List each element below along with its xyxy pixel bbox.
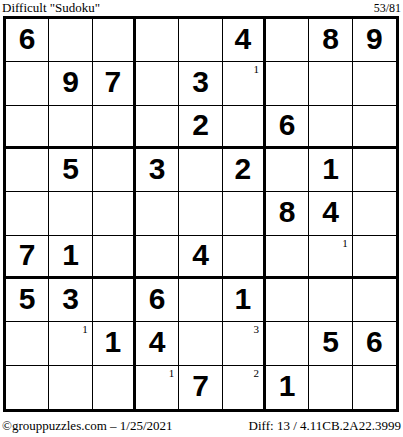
- cell-r4c1[interactable]: [6, 149, 49, 192]
- given-digit: 3: [192, 67, 209, 97]
- cell-r9c6[interactable]: 2: [223, 366, 266, 409]
- cell-r6c4[interactable]: [136, 236, 179, 279]
- cell-r2c4[interactable]: [136, 62, 179, 105]
- cell-r4c2[interactable]: 5: [49, 149, 92, 192]
- cell-r8c5[interactable]: [179, 322, 222, 365]
- cell-r2c6[interactable]: 1: [223, 62, 266, 105]
- cell-r6c7[interactable]: [266, 236, 309, 279]
- cell-r2c2[interactable]: 9: [49, 62, 92, 105]
- cell-r1c9[interactable]: 9: [353, 19, 396, 62]
- given-digit: 6: [19, 24, 36, 54]
- given-digit: 5: [322, 327, 339, 357]
- cell-r6c5[interactable]: 4: [179, 236, 222, 279]
- cell-r9c5[interactable]: 7: [179, 366, 222, 409]
- cell-r3c4[interactable]: [136, 106, 179, 149]
- given-digit: 6: [279, 110, 296, 140]
- difficulty-code: Diff: 13 / 4.11CB.2A22.3999: [249, 418, 401, 433]
- cell-r9c1[interactable]: [6, 366, 49, 409]
- given-digit: 8: [279, 197, 296, 227]
- cell-r4c8[interactable]: 1: [309, 149, 352, 192]
- cell-r7c1[interactable]: 5: [6, 279, 49, 322]
- pencil-mark: 1: [82, 323, 88, 335]
- cell-r1c5[interactable]: [179, 19, 222, 62]
- copyright-text: ©grouppuzzles.com – 1/25/2021: [2, 418, 173, 433]
- given-digit: 1: [322, 154, 339, 184]
- given-digit: 2: [192, 110, 209, 140]
- given-digit: 7: [192, 371, 209, 401]
- sudoku-board: 6489973126532184714153611143561721: [3, 16, 399, 412]
- pencil-mark: 1: [169, 367, 175, 379]
- given-digit: 9: [366, 24, 383, 54]
- cell-r9c2[interactable]: [49, 366, 92, 409]
- given-digit: 5: [19, 284, 36, 314]
- cell-r4c4[interactable]: 3: [136, 149, 179, 192]
- cell-r8c2[interactable]: 1: [49, 322, 92, 365]
- cell-r1c3[interactable]: [93, 19, 136, 62]
- given-digit: 6: [366, 327, 383, 357]
- cell-r6c9[interactable]: [353, 236, 396, 279]
- cell-r9c9[interactable]: [353, 366, 396, 409]
- given-digit: 1: [62, 240, 79, 270]
- given-digit: 8: [322, 24, 339, 54]
- cell-r1c8[interactable]: 8: [309, 19, 352, 62]
- cell-r2c9[interactable]: [353, 62, 396, 105]
- cell-r5c7[interactable]: 8: [266, 192, 309, 235]
- cell-r6c1[interactable]: 7: [6, 236, 49, 279]
- cell-r3c7[interactable]: 6: [266, 106, 309, 149]
- cell-r8c9[interactable]: 6: [353, 322, 396, 365]
- cell-r5c1[interactable]: [6, 192, 49, 235]
- cell-r8c7[interactable]: [266, 322, 309, 365]
- given-digit: 4: [149, 327, 166, 357]
- pencil-mark: 1: [342, 237, 348, 249]
- given-digit: 5: [62, 154, 79, 184]
- cell-r6c8[interactable]: 1: [309, 236, 352, 279]
- cell-r7c4[interactable]: 6: [136, 279, 179, 322]
- cell-r2c7[interactable]: [266, 62, 309, 105]
- cell-r8c6[interactable]: 3: [223, 322, 266, 365]
- page-title: Difficult "Sudoku": [2, 0, 100, 15]
- cell-r1c6[interactable]: 4: [223, 19, 266, 62]
- cell-r9c8[interactable]: [309, 366, 352, 409]
- given-digit: 2: [234, 154, 251, 184]
- cell-r4c7[interactable]: [266, 149, 309, 192]
- pencil-mark: 3: [253, 323, 259, 335]
- given-digit: 4: [234, 24, 251, 54]
- cell-r1c2[interactable]: [49, 19, 92, 62]
- cell-r3c1[interactable]: [6, 106, 49, 149]
- given-digit: 6: [149, 284, 166, 314]
- cell-r7c3[interactable]: [93, 279, 136, 322]
- cell-r5c9[interactable]: [353, 192, 396, 235]
- cell-r9c7[interactable]: 1: [266, 366, 309, 409]
- given-digit: 3: [62, 284, 79, 314]
- cell-r3c2[interactable]: [49, 106, 92, 149]
- pencil-mark: 2: [253, 367, 259, 379]
- cell-r6c6[interactable]: [223, 236, 266, 279]
- cell-r5c4[interactable]: [136, 192, 179, 235]
- given-digit: 1: [234, 284, 251, 314]
- cell-r7c9[interactable]: [353, 279, 396, 322]
- cell-r8c1[interactable]: [6, 322, 49, 365]
- given-digit: 4: [192, 240, 209, 270]
- cell-r7c2[interactable]: 3: [49, 279, 92, 322]
- cell-r6c3[interactable]: [93, 236, 136, 279]
- cell-r1c4[interactable]: [136, 19, 179, 62]
- cell-r8c8[interactable]: 5: [309, 322, 352, 365]
- pencil-mark: 1: [253, 63, 259, 75]
- cell-r2c8[interactable]: [309, 62, 352, 105]
- cell-r3c9[interactable]: [353, 106, 396, 149]
- cell-r3c5[interactable]: 2: [179, 106, 222, 149]
- cell-r7c8[interactable]: [309, 279, 352, 322]
- cell-r8c4[interactable]: 4: [136, 322, 179, 365]
- cell-r6c2[interactable]: 1: [49, 236, 92, 279]
- cell-r4c3[interactable]: [93, 149, 136, 192]
- cell-r2c1[interactable]: [6, 62, 49, 105]
- cell-r2c3[interactable]: 7: [93, 62, 136, 105]
- cells-remaining-counter: 53/81: [374, 1, 401, 15]
- cell-r2c5[interactable]: 3: [179, 62, 222, 105]
- cell-r7c6[interactable]: 1: [223, 279, 266, 322]
- sudoku-page: Difficult "Sudoku" 53/81 648997312653218…: [0, 0, 403, 437]
- cell-r3c3[interactable]: [93, 106, 136, 149]
- cell-r5c3[interactable]: [93, 192, 136, 235]
- cell-r3c6[interactable]: [223, 106, 266, 149]
- cell-r1c1[interactable]: 6: [6, 19, 49, 62]
- cell-r9c3[interactable]: [93, 366, 136, 409]
- given-digit: 1: [279, 371, 296, 401]
- cell-r7c7[interactable]: [266, 279, 309, 322]
- cell-r3c8[interactable]: [309, 106, 352, 149]
- given-digit: 1: [104, 327, 121, 357]
- cell-r4c9[interactable]: [353, 149, 396, 192]
- cell-r5c5[interactable]: [179, 192, 222, 235]
- given-digit: 7: [104, 67, 121, 97]
- cell-r4c6[interactable]: 2: [223, 149, 266, 192]
- given-digit: 3: [149, 154, 166, 184]
- cell-r4c5[interactable]: [179, 149, 222, 192]
- cell-r8c3[interactable]: 1: [93, 322, 136, 365]
- cell-r5c8[interactable]: 4: [309, 192, 352, 235]
- cell-r7c5[interactable]: [179, 279, 222, 322]
- cell-r5c2[interactable]: [49, 192, 92, 235]
- given-digit: 7: [19, 240, 36, 270]
- given-digit: 9: [62, 67, 79, 97]
- given-digit: 4: [322, 197, 339, 227]
- cell-r9c4[interactable]: 1: [136, 366, 179, 409]
- cell-r5c6[interactable]: [223, 192, 266, 235]
- cell-r1c7[interactable]: [266, 19, 309, 62]
